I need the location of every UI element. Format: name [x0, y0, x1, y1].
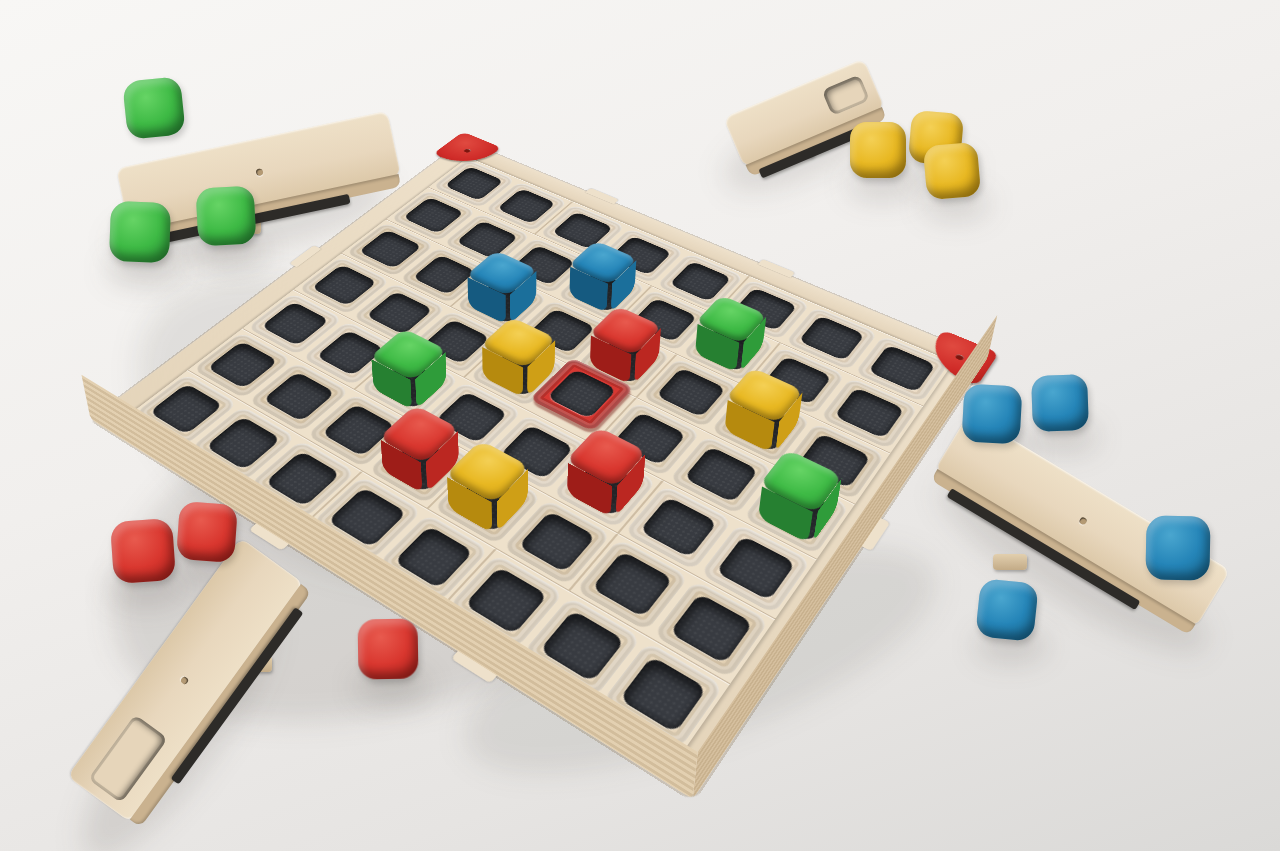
cube-green[interactable]	[122, 76, 186, 140]
table-scene	[0, 0, 1280, 851]
felt-hole	[798, 315, 865, 361]
felt-hole	[207, 341, 279, 389]
cube-blue[interactable]	[1031, 374, 1089, 432]
felt-hole	[669, 593, 753, 664]
screw-icon	[463, 148, 472, 153]
screw-icon	[954, 354, 965, 361]
felt-hole	[456, 220, 519, 259]
felt-hole	[518, 511, 596, 573]
cube-green[interactable]	[371, 358, 448, 411]
felt-hole	[547, 369, 618, 419]
felt-hole	[656, 367, 727, 417]
cube-green[interactable]	[109, 201, 171, 263]
felt-hole	[684, 446, 759, 503]
cube-blue[interactable]	[1145, 515, 1210, 580]
felt-hole	[497, 188, 557, 224]
felt-hole	[444, 166, 504, 201]
cube-yellow[interactable]	[923, 142, 982, 201]
felt-hole	[311, 264, 377, 306]
cube-red[interactable]	[176, 501, 238, 563]
bench-foot-peg	[993, 554, 1027, 570]
cube-blue[interactable]	[975, 578, 1039, 642]
felt-hole	[403, 197, 465, 234]
felt-hole	[639, 496, 717, 558]
felt-hole	[412, 255, 476, 295]
cube-green[interactable]	[196, 186, 257, 247]
cube-red[interactable]	[357, 618, 418, 679]
felt-hole	[716, 536, 796, 601]
cube-blue[interactable]	[962, 384, 1023, 445]
cube-red[interactable]	[110, 518, 176, 584]
felt-hole	[868, 344, 936, 392]
felt-hole	[358, 230, 422, 269]
felt-hole	[834, 387, 905, 439]
cube-red[interactable]	[564, 457, 645, 519]
cube-yellow[interactable]	[446, 471, 530, 535]
felt-hole	[591, 551, 673, 618]
felt-hole	[669, 261, 732, 302]
cube-yellow[interactable]	[850, 122, 906, 178]
felt-hole	[366, 291, 434, 335]
